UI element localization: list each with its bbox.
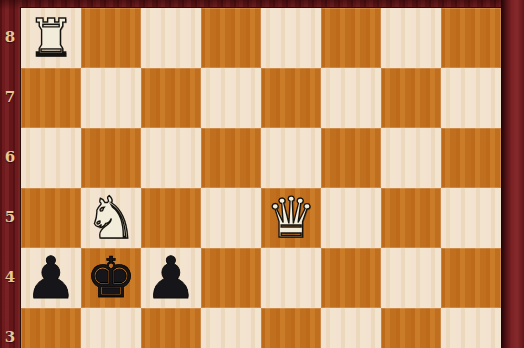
square-d8[interactable] xyxy=(201,8,261,68)
square-a7[interactable] xyxy=(21,68,81,128)
square-h5[interactable] xyxy=(441,188,501,248)
square-g7[interactable] xyxy=(381,68,441,128)
square-b8[interactable] xyxy=(81,8,141,68)
white-rook[interactable]: ♜ xyxy=(28,12,75,64)
square-a3[interactable] xyxy=(21,308,81,348)
square-g6[interactable] xyxy=(381,128,441,188)
square-f5[interactable] xyxy=(321,188,381,248)
board-grid: ♜♞♛♟♚♟ xyxy=(21,8,501,348)
square-f6[interactable] xyxy=(321,128,381,188)
square-d6[interactable] xyxy=(201,128,261,188)
square-c4[interactable]: ♟ xyxy=(141,248,201,308)
square-d7[interactable] xyxy=(201,68,261,128)
square-c5[interactable] xyxy=(141,188,201,248)
square-c7[interactable] xyxy=(141,68,201,128)
rank-label-5: 5 xyxy=(0,187,20,247)
square-e5[interactable]: ♛ xyxy=(261,188,321,248)
square-h4[interactable] xyxy=(441,248,501,308)
square-a8[interactable]: ♜ xyxy=(21,8,81,68)
square-f8[interactable] xyxy=(321,8,381,68)
rank-label-4: 4 xyxy=(0,247,20,307)
rank-label-8: 8 xyxy=(0,7,20,67)
square-b6[interactable] xyxy=(81,128,141,188)
rank-labels: 876543 xyxy=(0,0,20,348)
square-e3[interactable] xyxy=(261,308,321,348)
square-b7[interactable] xyxy=(81,68,141,128)
square-h8[interactable] xyxy=(441,8,501,68)
square-b5[interactable]: ♞ xyxy=(81,188,141,248)
square-a5[interactable] xyxy=(21,188,81,248)
chessboard-frame: 876543 ♜♞♛♟♚♟ xyxy=(0,0,524,348)
square-f7[interactable] xyxy=(321,68,381,128)
square-g5[interactable] xyxy=(381,188,441,248)
chess-board: ♜♞♛♟♚♟ xyxy=(20,7,501,348)
square-g3[interactable] xyxy=(381,308,441,348)
square-d5[interactable] xyxy=(201,188,261,248)
white-knight[interactable]: ♞ xyxy=(85,189,137,247)
rank-label-6: 6 xyxy=(0,127,20,187)
square-e8[interactable] xyxy=(261,8,321,68)
square-a6[interactable] xyxy=(21,128,81,188)
black-pawn[interactable]: ♟ xyxy=(145,249,197,307)
square-g4[interactable] xyxy=(381,248,441,308)
square-e4[interactable] xyxy=(261,248,321,308)
square-c3[interactable] xyxy=(141,308,201,348)
square-c6[interactable] xyxy=(141,128,201,188)
square-f4[interactable] xyxy=(321,248,381,308)
square-h3[interactable] xyxy=(441,308,501,348)
rank-label-3: 3 xyxy=(0,307,20,348)
rank-label-7: 7 xyxy=(0,67,20,127)
square-b3[interactable] xyxy=(81,308,141,348)
square-d3[interactable] xyxy=(201,308,261,348)
square-e7[interactable] xyxy=(261,68,321,128)
black-pawn[interactable]: ♟ xyxy=(25,249,77,307)
square-d4[interactable] xyxy=(201,248,261,308)
square-c8[interactable] xyxy=(141,8,201,68)
white-queen[interactable]: ♛ xyxy=(266,190,316,246)
black-king[interactable]: ♚ xyxy=(86,250,136,306)
square-e6[interactable] xyxy=(261,128,321,188)
square-g8[interactable] xyxy=(381,8,441,68)
square-b4[interactable]: ♚ xyxy=(81,248,141,308)
square-h6[interactable] xyxy=(441,128,501,188)
square-h7[interactable] xyxy=(441,68,501,128)
board-frame-right-edge xyxy=(501,0,524,348)
square-f3[interactable] xyxy=(321,308,381,348)
square-a4[interactable]: ♟ xyxy=(21,248,81,308)
